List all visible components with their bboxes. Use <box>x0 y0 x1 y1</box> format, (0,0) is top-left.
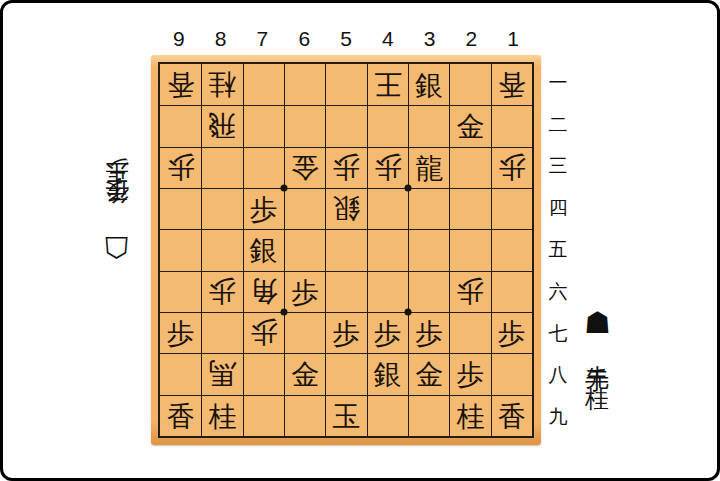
square-29[interactable]: 桂 <box>449 395 490 436</box>
square-86[interactable]: 歩 <box>201 271 242 312</box>
shogi-diagram: 987654321 一二三四五六七八九 香桂王銀香飛金歩金歩歩龍歩歩銀銀歩角歩歩… <box>0 0 720 481</box>
sente-piece-59: 玉 <box>332 403 360 431</box>
square-72[interactable] <box>243 105 284 146</box>
square-61[interactable] <box>284 64 325 105</box>
square-67[interactable] <box>284 312 325 353</box>
sente-piece-68: 金 <box>291 361 319 389</box>
square-47[interactable]: 歩 <box>367 312 408 353</box>
sente-piece-75: 銀 <box>250 237 278 265</box>
gote-hand: ☖後手歩三 <box>101 55 133 265</box>
square-98[interactable] <box>160 353 201 394</box>
square-16[interactable] <box>491 271 532 312</box>
square-64[interactable] <box>284 188 325 229</box>
gote-piece-88: 馬 <box>208 359 236 387</box>
rank-label-7: 七 <box>545 313 571 355</box>
square-32[interactable] <box>408 105 449 146</box>
gote-piece-13: 歩 <box>498 153 526 181</box>
gote-piece-11: 香 <box>498 70 526 98</box>
rank-label-4: 四 <box>545 187 571 229</box>
sente-piece-66: 歩 <box>291 279 319 307</box>
file-label-1: 1 <box>492 27 534 51</box>
gote-piece-77: 歩 <box>250 318 278 346</box>
square-12[interactable] <box>491 105 532 146</box>
square-95[interactable] <box>160 229 201 270</box>
square-97[interactable]: 歩 <box>160 312 201 353</box>
gote-piece-93: 歩 <box>167 153 195 181</box>
square-74[interactable]: 歩 <box>243 188 284 229</box>
rank-label-6: 六 <box>545 271 571 313</box>
square-94[interactable] <box>160 188 201 229</box>
sente-piece-29: 桂 <box>456 403 484 431</box>
square-15[interactable] <box>491 229 532 270</box>
square-99[interactable]: 香 <box>160 395 201 436</box>
file-label-5: 5 <box>325 27 367 51</box>
square-21[interactable] <box>449 64 490 105</box>
square-78[interactable] <box>243 353 284 394</box>
file-label-4: 4 <box>367 27 409 51</box>
sente-piece-99: 香 <box>167 403 195 431</box>
square-38[interactable]: 金 <box>408 353 449 394</box>
square-41[interactable]: 王 <box>367 64 408 105</box>
square-51[interactable] <box>325 64 366 105</box>
square-56[interactable] <box>325 271 366 312</box>
square-89[interactable]: 桂 <box>201 395 242 436</box>
sente-hand-label: 先手 <box>581 346 613 350</box>
gote-piece-54: 銀 <box>332 194 360 222</box>
hoshi-dot <box>405 309 412 316</box>
square-57[interactable]: 歩 <box>325 312 366 353</box>
shogi-board: 香桂王銀香飛金歩金歩歩龍歩歩銀銀歩角歩歩歩歩歩歩歩歩馬金銀金歩香桂玉桂香 <box>151 55 541 445</box>
rank-label-3: 三 <box>545 146 571 188</box>
gote-piece-26: 歩 <box>456 277 484 305</box>
rank-label-9: 九 <box>545 396 571 438</box>
hoshi-dot <box>281 185 288 192</box>
square-28[interactable]: 歩 <box>449 353 490 394</box>
square-59[interactable]: 玉 <box>325 395 366 436</box>
square-93[interactable]: 歩 <box>160 147 201 188</box>
square-49[interactable] <box>367 395 408 436</box>
gote-piece-symbol-icon: ☖ <box>102 230 132 265</box>
rank-labels: 一二三四五六七八九 <box>545 62 571 438</box>
gote-piece-82: 飛 <box>208 111 236 139</box>
square-14[interactable] <box>491 188 532 229</box>
sente-piece-37: 歩 <box>415 320 443 348</box>
sente-hand-pieces: 桂 <box>581 368 613 370</box>
board-grid: 香桂王銀香飛金歩金歩歩龍歩歩銀銀歩角歩歩歩歩歩歩歩歩馬金銀金歩香桂玉桂香 <box>158 62 534 438</box>
square-63[interactable]: 金 <box>284 147 325 188</box>
square-77[interactable]: 歩 <box>243 312 284 353</box>
square-55[interactable] <box>325 229 366 270</box>
square-31[interactable]: 銀 <box>408 64 449 105</box>
file-label-6: 6 <box>283 27 325 51</box>
square-91[interactable]: 香 <box>160 64 201 105</box>
file-label-3: 3 <box>409 27 451 51</box>
square-52[interactable] <box>325 105 366 146</box>
rank-label-8: 八 <box>545 354 571 396</box>
sente-piece-symbol-icon: ☗ <box>582 305 612 340</box>
square-22[interactable]: 金 <box>449 105 490 146</box>
file-labels: 987654321 <box>158 27 534 51</box>
file-label-7: 7 <box>242 27 284 51</box>
sente-piece-31: 銀 <box>415 72 443 100</box>
square-42[interactable] <box>367 105 408 146</box>
sente-piece-19: 香 <box>498 403 526 431</box>
gote-piece-53: 歩 <box>332 153 360 181</box>
square-69[interactable] <box>284 395 325 436</box>
rank-label-2: 二 <box>545 104 571 146</box>
gote-piece-43: 歩 <box>374 153 402 181</box>
sente-piece-17: 歩 <box>498 320 526 348</box>
gote-hand-pieces: 歩三 <box>101 198 133 202</box>
square-18[interactable] <box>491 353 532 394</box>
file-label-9: 9 <box>158 27 200 51</box>
sente-piece-33: 龍 <box>415 155 443 183</box>
square-19[interactable]: 香 <box>491 395 532 436</box>
square-44[interactable] <box>367 188 408 229</box>
square-96[interactable] <box>160 271 201 312</box>
gote-piece-91: 香 <box>167 70 195 98</box>
square-58[interactable] <box>325 353 366 394</box>
square-54[interactable]: 銀 <box>325 188 366 229</box>
square-33[interactable]: 龍 <box>408 147 449 188</box>
file-label-2: 2 <box>450 27 492 51</box>
square-48[interactable]: 銀 <box>367 353 408 394</box>
gote-piece-86: 歩 <box>208 277 236 305</box>
square-27[interactable] <box>449 312 490 353</box>
square-11[interactable]: 香 <box>491 64 532 105</box>
square-53[interactable]: 歩 <box>325 147 366 188</box>
gote-piece-81: 桂 <box>208 70 236 98</box>
rank-label-5: 五 <box>545 229 571 271</box>
square-76[interactable]: 角 <box>243 271 284 312</box>
square-82[interactable]: 飛 <box>201 105 242 146</box>
square-26[interactable]: 歩 <box>449 271 490 312</box>
square-24[interactable] <box>449 188 490 229</box>
sente-piece-89: 桂 <box>208 403 236 431</box>
gote-piece-76: 角 <box>250 277 278 305</box>
square-17[interactable]: 歩 <box>491 312 532 353</box>
file-label-8: 8 <box>200 27 242 51</box>
square-43[interactable]: 歩 <box>367 147 408 188</box>
square-62[interactable] <box>284 105 325 146</box>
square-92[interactable] <box>160 105 201 146</box>
square-13[interactable]: 歩 <box>491 147 532 188</box>
square-83[interactable] <box>201 147 242 188</box>
square-85[interactable] <box>201 229 242 270</box>
square-65[interactable] <box>284 229 325 270</box>
square-36[interactable] <box>408 271 449 312</box>
square-73[interactable] <box>243 147 284 188</box>
square-45[interactable] <box>367 229 408 270</box>
square-35[interactable] <box>408 229 449 270</box>
gote-piece-41: 王 <box>374 70 402 98</box>
gote-piece-63: 金 <box>291 153 319 181</box>
square-88[interactable]: 馬 <box>201 353 242 394</box>
sente-piece-97: 歩 <box>167 320 195 348</box>
sente-piece-48: 銀 <box>374 361 402 389</box>
sente-piece-74: 歩 <box>250 196 278 224</box>
square-84[interactable] <box>201 188 242 229</box>
sente-piece-47: 歩 <box>374 320 402 348</box>
sente-piece-38: 金 <box>415 361 443 389</box>
square-71[interactable] <box>243 64 284 105</box>
sente-piece-28: 歩 <box>456 361 484 389</box>
square-68[interactable]: 金 <box>284 353 325 394</box>
hoshi-dot <box>405 185 412 192</box>
square-81[interactable]: 桂 <box>201 64 242 105</box>
hoshi-dot <box>281 309 288 316</box>
gote-hand-label: 後手 <box>101 220 133 224</box>
sente-hand: ☗先手桂 <box>581 305 613 455</box>
square-39[interactable] <box>408 395 449 436</box>
square-34[interactable] <box>408 188 449 229</box>
square-46[interactable] <box>367 271 408 312</box>
square-79[interactable] <box>243 395 284 436</box>
rank-label-1: 一 <box>545 62 571 104</box>
sente-piece-57: 歩 <box>332 320 360 348</box>
square-23[interactable] <box>449 147 490 188</box>
square-66[interactable]: 歩 <box>284 271 325 312</box>
square-75[interactable]: 銀 <box>243 229 284 270</box>
square-25[interactable] <box>449 229 490 270</box>
sente-piece-22: 金 <box>456 113 484 141</box>
square-37[interactable]: 歩 <box>408 312 449 353</box>
square-87[interactable] <box>201 312 242 353</box>
